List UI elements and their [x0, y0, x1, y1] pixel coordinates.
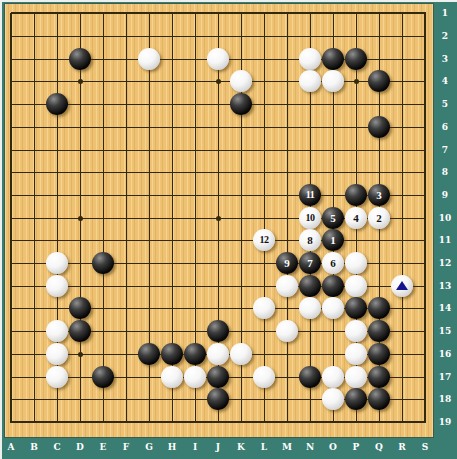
stone-P14 — [345, 297, 367, 319]
hoshi-D16 — [78, 352, 83, 357]
col-label-C: C — [49, 441, 65, 453]
stone-C13 — [46, 275, 68, 297]
stone-M12: 9 — [276, 252, 298, 274]
hoshi-J4 — [216, 79, 221, 84]
row-label-3: 3 — [433, 53, 457, 65]
row-label-7: 7 — [433, 144, 457, 156]
move-number-L11: 12 — [253, 229, 275, 251]
stone-Q17 — [368, 366, 390, 388]
grid-vline-R — [402, 13, 403, 423]
stone-C12 — [46, 252, 68, 274]
stone-O18 — [322, 388, 344, 410]
col-label-I: I — [187, 441, 203, 453]
grid-hline-19 — [11, 421, 426, 423]
stone-K4 — [230, 70, 252, 92]
stone-J17 — [207, 366, 229, 388]
stone-C5 — [46, 93, 68, 115]
stone-G16 — [138, 343, 160, 365]
stone-K5 — [230, 93, 252, 115]
grid-vline-S — [424, 13, 426, 423]
stone-D14 — [69, 297, 91, 319]
row-label-10: 10 — [433, 212, 457, 224]
col-label-G: G — [141, 441, 157, 453]
window-edge-highlight-left — [0, 0, 2, 459]
row-label-12: 12 — [433, 257, 457, 269]
stone-E12 — [92, 252, 114, 274]
col-label-M: M — [279, 441, 295, 453]
col-label-K: K — [233, 441, 249, 453]
row-label-19: 19 — [433, 416, 457, 428]
stone-L14 — [253, 297, 275, 319]
move-number-N11: 8 — [299, 229, 321, 251]
stone-O14 — [322, 297, 344, 319]
stone-N10: 10 — [299, 207, 321, 229]
stone-N14 — [299, 297, 321, 319]
row-label-17: 17 — [433, 371, 457, 383]
stone-N3 — [299, 48, 321, 70]
stone-P13 — [345, 275, 367, 297]
row-label-8: 8 — [433, 166, 457, 178]
row-label-18: 18 — [433, 393, 457, 405]
col-label-Q: Q — [371, 441, 387, 453]
grid-vline-M — [287, 13, 288, 423]
stone-H17 — [161, 366, 183, 388]
row-label-1: 1 — [433, 7, 457, 19]
col-label-N: N — [302, 441, 318, 453]
col-label-L: L — [256, 441, 272, 453]
stone-M15 — [276, 320, 298, 342]
stone-D15 — [69, 320, 91, 342]
stone-J16 — [207, 343, 229, 365]
stone-O4 — [322, 70, 344, 92]
stone-N4 — [299, 70, 321, 92]
goban[interactable]: 113105421281976 — [5, 4, 433, 437]
row-label-5: 5 — [433, 98, 457, 110]
stone-Q10: 2 — [368, 207, 390, 229]
stone-L17 — [253, 366, 275, 388]
stone-O17 — [322, 366, 344, 388]
hoshi-D4 — [78, 79, 83, 84]
stone-P15 — [345, 320, 367, 342]
stone-C16 — [46, 343, 68, 365]
row-label-11: 11 — [433, 234, 457, 246]
row-label-13: 13 — [433, 280, 457, 292]
hoshi-P4 — [354, 79, 359, 84]
row-label-9: 9 — [433, 189, 457, 201]
col-label-S: S — [417, 441, 433, 453]
grid-hline-11 — [11, 240, 426, 241]
stone-P18 — [345, 388, 367, 410]
stone-P3 — [345, 48, 367, 70]
go-diagram-screen: 113105421281976 ABCDEFGHIJKLMNOPQRS 1234… — [0, 0, 457, 459]
move-number-N12: 7 — [299, 252, 321, 274]
stone-P17 — [345, 366, 367, 388]
grid-vline-L — [264, 13, 265, 423]
stone-J15 — [207, 320, 229, 342]
stone-O11: 1 — [322, 229, 344, 251]
stone-O13 — [322, 275, 344, 297]
stone-N9: 11 — [299, 184, 321, 206]
col-label-A: A — [3, 441, 19, 453]
stone-Q14 — [368, 297, 390, 319]
stone-I16 — [184, 343, 206, 365]
stone-C17 — [46, 366, 68, 388]
col-label-R: R — [394, 441, 410, 453]
stone-P10: 4 — [345, 207, 367, 229]
stone-R13 — [391, 275, 413, 297]
col-label-P: P — [348, 441, 364, 453]
stone-N13 — [299, 275, 321, 297]
stone-I17 — [184, 366, 206, 388]
stone-Q18 — [368, 388, 390, 410]
stone-J18 — [207, 388, 229, 410]
stone-N11: 8 — [299, 229, 321, 251]
stone-L11: 12 — [253, 229, 275, 251]
col-label-B: B — [26, 441, 42, 453]
hoshi-D10 — [78, 216, 83, 221]
move-number-O10: 5 — [322, 207, 344, 229]
stone-P9 — [345, 184, 367, 206]
move-number-Q9: 3 — [368, 184, 390, 206]
stone-J3 — [207, 48, 229, 70]
stone-K16 — [230, 343, 252, 365]
stone-P12 — [345, 252, 367, 274]
row-label-14: 14 — [433, 302, 457, 314]
stone-N12: 7 — [299, 252, 321, 274]
move-number-Q10: 2 — [368, 207, 390, 229]
col-label-J: J — [210, 441, 226, 453]
row-label-6: 6 — [433, 121, 457, 133]
move-number-M12: 9 — [276, 252, 298, 274]
stone-G3 — [138, 48, 160, 70]
stone-P16 — [345, 343, 367, 365]
stone-N17 — [299, 366, 321, 388]
triangle-marker-icon — [396, 281, 408, 290]
stone-H16 — [161, 343, 183, 365]
stone-Q4 — [368, 70, 390, 92]
row-label-4: 4 — [433, 75, 457, 87]
hoshi-J10 — [216, 216, 221, 221]
stone-M13 — [276, 275, 298, 297]
move-number-O11: 1 — [322, 229, 344, 251]
stone-Q9: 3 — [368, 184, 390, 206]
col-label-O: O — [325, 441, 341, 453]
move-number-N10: 10 — [299, 207, 321, 229]
move-number-N9: 11 — [299, 184, 321, 206]
row-label-2: 2 — [433, 30, 457, 42]
row-label-16: 16 — [433, 348, 457, 360]
stone-O3 — [322, 48, 344, 70]
stone-D3 — [69, 48, 91, 70]
col-label-E: E — [95, 441, 111, 453]
col-label-D: D — [72, 441, 88, 453]
stone-Q16 — [368, 343, 390, 365]
window-edge-highlight-top — [0, 0, 457, 2]
stone-Q6 — [368, 116, 390, 138]
stone-C15 — [46, 320, 68, 342]
stone-O10: 5 — [322, 207, 344, 229]
move-number-O12: 6 — [322, 252, 344, 274]
col-label-H: H — [164, 441, 180, 453]
stone-Q15 — [368, 320, 390, 342]
row-label-15: 15 — [433, 325, 457, 337]
stone-E17 — [92, 366, 114, 388]
col-label-F: F — [118, 441, 134, 453]
stone-O12: 6 — [322, 252, 344, 274]
move-number-P10: 4 — [345, 207, 367, 229]
